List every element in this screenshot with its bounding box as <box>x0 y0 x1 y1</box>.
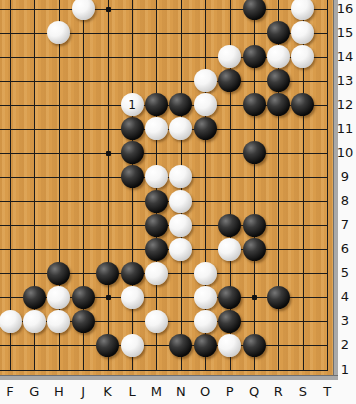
stone-black-Q16[interactable] <box>243 0 266 20</box>
grid-line-col-T <box>327 0 328 370</box>
stone-black-P4[interactable] <box>218 286 241 309</box>
coord-row-2: 2 <box>334 337 356 353</box>
stone-black-L11[interactable] <box>121 117 144 140</box>
stone-black-H5[interactable] <box>47 262 70 285</box>
stone-black-N2[interactable] <box>169 334 192 357</box>
stone-black-R13[interactable] <box>267 69 290 92</box>
coord-col-H: H <box>47 384 71 400</box>
coord-col-J: J <box>71 384 95 400</box>
stone-white-G3[interactable] <box>23 310 46 333</box>
stone-black-J3[interactable] <box>72 310 95 333</box>
stone-black-Q10[interactable] <box>243 141 266 164</box>
grid-line-row-10 <box>0 153 328 154</box>
stone-white-J16[interactable] <box>72 0 95 20</box>
stone-white-P2[interactable] <box>218 334 241 357</box>
stone-white-M11[interactable] <box>145 117 168 140</box>
stone-white-O12[interactable] <box>194 93 217 116</box>
stone-white-S14[interactable] <box>291 45 314 68</box>
stone-white-N11[interactable] <box>169 117 192 140</box>
stone-black-M6[interactable] <box>145 238 168 261</box>
star-point-K16 <box>106 7 111 12</box>
stone-black-M7[interactable] <box>145 214 168 237</box>
coord-row-16: 16 <box>334 1 356 17</box>
coord-row-1: 1 <box>334 362 356 378</box>
stone-white-M9[interactable] <box>145 165 168 188</box>
stone-white-H3[interactable] <box>47 310 70 333</box>
grid-line-row-16 <box>0 9 328 10</box>
coord-col-L: L <box>120 384 144 400</box>
stone-black-L10[interactable] <box>121 141 144 164</box>
stone-white-P6[interactable] <box>218 238 241 261</box>
stone-black-P13[interactable] <box>218 69 241 92</box>
star-point-Q4 <box>252 295 257 300</box>
stone-white-L2[interactable] <box>121 334 144 357</box>
stone-black-L9[interactable] <box>121 165 144 188</box>
stone-white-O5[interactable] <box>194 262 217 285</box>
coord-col-M: M <box>144 384 168 400</box>
stone-white-N7[interactable] <box>169 214 192 237</box>
stone-black-P3[interactable] <box>218 310 241 333</box>
grid-line-col-K <box>108 0 109 370</box>
coord-row-6: 6 <box>334 241 356 257</box>
coord-row-8: 8 <box>334 193 356 209</box>
stone-black-Q12[interactable] <box>243 93 266 116</box>
stone-white-S15[interactable] <box>291 21 314 44</box>
stone-black-J4[interactable] <box>72 286 95 309</box>
stone-black-R12[interactable] <box>267 93 290 116</box>
stone-black-K2[interactable] <box>96 334 119 357</box>
stone-black-Q14[interactable] <box>243 45 266 68</box>
stone-white-P14[interactable] <box>218 45 241 68</box>
stone-black-M12[interactable] <box>145 93 168 116</box>
coord-row-9: 9 <box>334 169 356 185</box>
coord-col-P: P <box>218 384 242 400</box>
stone-black-R4[interactable] <box>267 286 290 309</box>
stone-black-G4[interactable] <box>23 286 46 309</box>
stone-white-N9[interactable] <box>169 165 192 188</box>
star-point-K10 <box>106 151 111 156</box>
stone-white-L12[interactable]: 1 <box>121 93 144 116</box>
stone-white-S16[interactable] <box>291 0 314 20</box>
coord-col-R: R <box>266 384 290 400</box>
coord-col-T: T <box>315 384 339 400</box>
stone-black-Q2[interactable] <box>243 334 266 357</box>
stone-white-L4[interactable] <box>121 286 144 309</box>
stone-white-M3[interactable] <box>145 310 168 333</box>
coord-col-O: O <box>193 384 217 400</box>
coord-row-4: 4 <box>334 289 356 305</box>
coord-row-10: 10 <box>334 145 356 161</box>
coord-col-K: K <box>96 384 120 400</box>
stone-white-O13[interactable] <box>194 69 217 92</box>
stone-black-R15[interactable] <box>267 21 290 44</box>
star-point-K4 <box>106 295 111 300</box>
stone-white-F3[interactable] <box>0 310 22 333</box>
coord-col-G: G <box>22 384 46 400</box>
stone-white-R14[interactable] <box>267 45 290 68</box>
stone-black-Q6[interactable] <box>243 238 266 261</box>
stone-white-H15[interactable] <box>47 21 70 44</box>
grid-line-row-1 <box>0 370 328 371</box>
coord-row-15: 15 <box>334 25 356 41</box>
coord-row-13: 13 <box>334 73 356 89</box>
stone-white-H4[interactable] <box>47 286 70 309</box>
coord-col-N: N <box>169 384 193 400</box>
go-board-screenshot: 1 FGHJKLMNOPQRST16151413121110987654321 <box>0 0 356 404</box>
stone-black-S12[interactable] <box>291 93 314 116</box>
stone-white-N6[interactable] <box>169 238 192 261</box>
stone-black-L5[interactable] <box>121 262 144 285</box>
coord-row-5: 5 <box>334 265 356 281</box>
stone-white-N8[interactable] <box>169 190 192 213</box>
stone-black-P7[interactable] <box>218 214 241 237</box>
stone-white-M5[interactable] <box>145 262 168 285</box>
coord-col-F: F <box>0 384 22 400</box>
coord-row-3: 3 <box>334 313 356 329</box>
coord-col-S: S <box>291 384 315 400</box>
coord-row-7: 7 <box>334 217 356 233</box>
stone-black-N12[interactable] <box>169 93 192 116</box>
stone-black-M8[interactable] <box>145 190 168 213</box>
board-surface[interactable]: 1 <box>0 0 334 376</box>
coord-row-14: 14 <box>334 49 356 65</box>
coord-row-12: 12 <box>334 97 356 113</box>
stone-black-K5[interactable] <box>96 262 119 285</box>
stone-white-O4[interactable] <box>194 286 217 309</box>
move-label-1: 1 <box>128 99 136 111</box>
stone-black-O11[interactable] <box>194 117 217 140</box>
stone-white-O3[interactable] <box>194 310 217 333</box>
coord-row-11: 11 <box>334 121 356 137</box>
stone-black-O2[interactable] <box>194 334 217 357</box>
coord-col-Q: Q <box>242 384 266 400</box>
stone-black-Q7[interactable] <box>243 214 266 237</box>
grid-line-row-2 <box>0 345 328 346</box>
